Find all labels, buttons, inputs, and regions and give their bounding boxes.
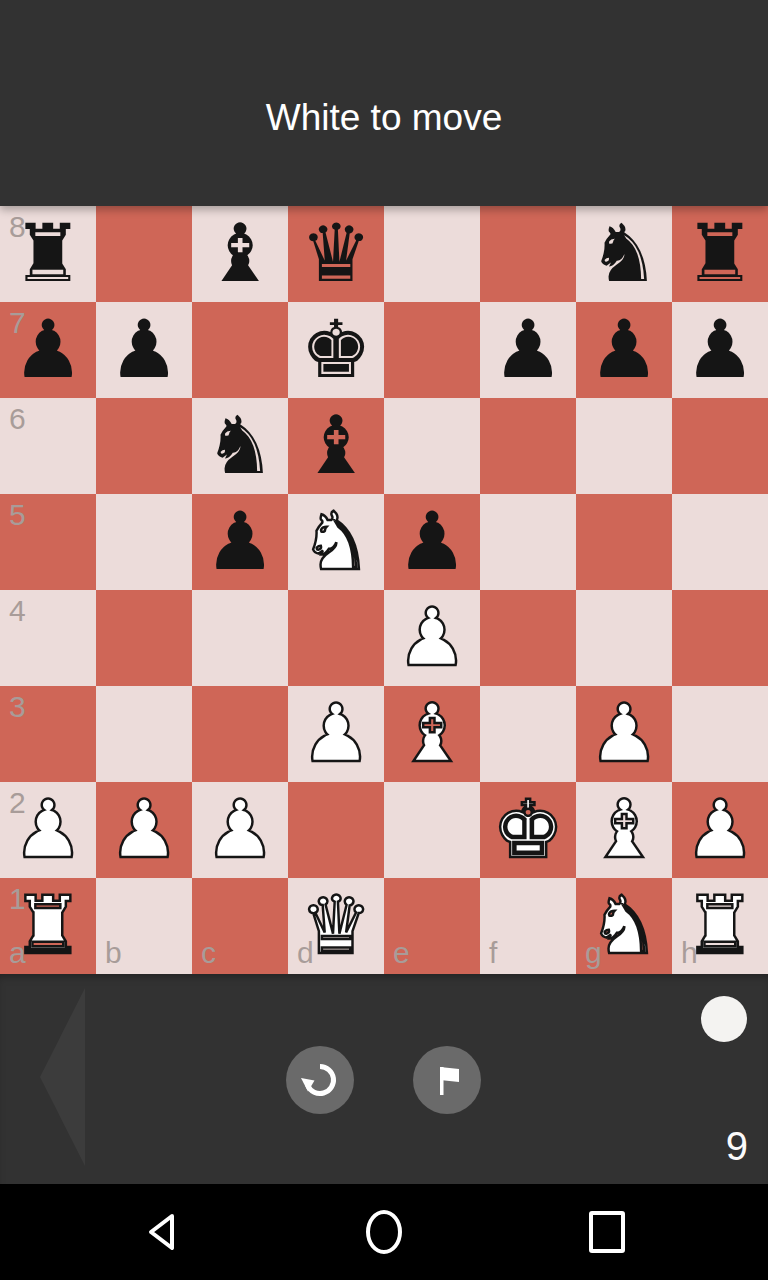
square-h6[interactable] <box>672 398 768 494</box>
rank-label: 6 <box>9 404 26 434</box>
back-button[interactable] <box>126 1184 194 1280</box>
square-e3[interactable]: ♝ <box>384 686 480 782</box>
square-d4[interactable] <box>288 590 384 686</box>
square-d5[interactable]: ♞ <box>288 494 384 590</box>
black-bishop[interactable]: ♝ <box>288 398 384 494</box>
square-g6[interactable] <box>576 398 672 494</box>
black-pawn[interactable]: ♟ <box>480 302 576 398</box>
square-d6[interactable]: ♝ <box>288 398 384 494</box>
rank-label: 5 <box>9 500 26 530</box>
square-c2[interactable]: ♟ <box>192 782 288 878</box>
flag-button[interactable] <box>413 1046 481 1114</box>
controls-bar: 9 <box>0 974 768 1184</box>
square-b6[interactable] <box>96 398 192 494</box>
square-f4[interactable] <box>480 590 576 686</box>
square-b7[interactable]: ♟ <box>96 302 192 398</box>
black-pawn[interactable]: ♟ <box>0 302 96 398</box>
square-a7[interactable]: 7♟ <box>0 302 96 398</box>
black-queen[interactable]: ♛ <box>288 206 384 302</box>
square-b3[interactable] <box>96 686 192 782</box>
square-c4[interactable] <box>192 590 288 686</box>
square-e5[interactable]: ♟ <box>384 494 480 590</box>
white-rook[interactable]: ♜ <box>672 878 768 974</box>
white-pawn[interactable]: ♟ <box>0 782 96 878</box>
square-b4[interactable] <box>96 590 192 686</box>
white-pawn[interactable]: ♟ <box>288 686 384 782</box>
square-h2[interactable]: ♟ <box>672 782 768 878</box>
square-d3[interactable]: ♟ <box>288 686 384 782</box>
chess-board[interactable]: 8♜♝♛♞♜7♟♟♚♟♟♟6♞♝5♟♞♟4♟3♟♝♟2♟♟♟♚♝♟1a♜bcd♛… <box>0 206 768 974</box>
square-e7[interactable] <box>384 302 480 398</box>
square-c7[interactable] <box>192 302 288 398</box>
square-a8[interactable]: 8♜ <box>0 206 96 302</box>
white-queen[interactable]: ♛ <box>288 878 384 974</box>
square-a1[interactable]: 1a♜ <box>0 878 96 974</box>
square-h5[interactable] <box>672 494 768 590</box>
square-a3[interactable]: 3 <box>0 686 96 782</box>
square-e4[interactable]: ♟ <box>384 590 480 686</box>
square-f3[interactable] <box>480 686 576 782</box>
flag-icon <box>425 1058 469 1102</box>
home-icon <box>366 1210 402 1254</box>
recents-icon <box>589 1211 625 1253</box>
square-f6[interactable] <box>480 398 576 494</box>
black-king[interactable]: ♚ <box>288 302 384 398</box>
header-bar: White to move <box>0 0 768 206</box>
black-rook[interactable]: ♜ <box>672 206 768 302</box>
black-rook[interactable]: ♜ <box>0 206 96 302</box>
white-rook[interactable]: ♜ <box>0 878 96 974</box>
square-g5[interactable] <box>576 494 672 590</box>
back-icon <box>143 1211 177 1253</box>
file-label: f <box>489 938 497 968</box>
square-g7[interactable]: ♟ <box>576 302 672 398</box>
square-b2[interactable]: ♟ <box>96 782 192 878</box>
square-f8[interactable] <box>480 206 576 302</box>
square-c3[interactable] <box>192 686 288 782</box>
square-h4[interactable] <box>672 590 768 686</box>
white-king[interactable]: ♚ <box>480 782 576 878</box>
square-c1[interactable]: c <box>192 878 288 974</box>
square-c6[interactable]: ♞ <box>192 398 288 494</box>
square-h3[interactable] <box>672 686 768 782</box>
square-c8[interactable]: ♝ <box>192 206 288 302</box>
square-a2[interactable]: 2♟ <box>0 782 96 878</box>
square-h1[interactable]: h♜ <box>672 878 768 974</box>
square-g2[interactable]: ♝ <box>576 782 672 878</box>
square-f2[interactable]: ♚ <box>480 782 576 878</box>
black-pawn[interactable]: ♟ <box>576 302 672 398</box>
white-bishop[interactable]: ♝ <box>576 782 672 878</box>
square-c5[interactable]: ♟ <box>192 494 288 590</box>
square-a6[interactable]: 6 <box>0 398 96 494</box>
white-pawn[interactable]: ♟ <box>576 686 672 782</box>
file-label: b <box>105 938 122 968</box>
black-knight[interactable]: ♞ <box>576 206 672 302</box>
undo-button[interactable] <box>286 1046 354 1114</box>
file-label: e <box>393 938 410 968</box>
previous-move-arrow-icon[interactable] <box>40 988 85 1166</box>
white-pawn[interactable]: ♟ <box>192 782 288 878</box>
square-e2[interactable] <box>384 782 480 878</box>
black-pawn[interactable]: ♟ <box>672 302 768 398</box>
square-b5[interactable] <box>96 494 192 590</box>
square-f7[interactable]: ♟ <box>480 302 576 398</box>
black-pawn[interactable]: ♟ <box>384 494 480 590</box>
square-e6[interactable] <box>384 398 480 494</box>
rank-label: 4 <box>9 596 26 626</box>
black-pawn[interactable]: ♟ <box>192 494 288 590</box>
square-b1[interactable]: b <box>96 878 192 974</box>
square-g3[interactable]: ♟ <box>576 686 672 782</box>
square-d8[interactable]: ♛ <box>288 206 384 302</box>
square-d2[interactable] <box>288 782 384 878</box>
puzzle-counter: 9 <box>726 1124 748 1169</box>
square-f1[interactable]: f <box>480 878 576 974</box>
white-knight[interactable]: ♞ <box>576 878 672 974</box>
white-bishop[interactable]: ♝ <box>384 686 480 782</box>
square-h7[interactable]: ♟ <box>672 302 768 398</box>
android-nav-bar <box>0 1184 768 1280</box>
file-label: c <box>201 938 216 968</box>
square-d7[interactable]: ♚ <box>288 302 384 398</box>
white-knight[interactable]: ♞ <box>288 494 384 590</box>
square-g4[interactable] <box>576 590 672 686</box>
square-b8[interactable] <box>96 206 192 302</box>
white-dot-toggle[interactable] <box>701 996 747 1042</box>
square-e1[interactable]: e <box>384 878 480 974</box>
undo-icon <box>300 1060 340 1100</box>
square-g1[interactable]: g♞ <box>576 878 672 974</box>
square-h8[interactable]: ♜ <box>672 206 768 302</box>
turn-indicator: White to move <box>0 97 768 139</box>
square-f5[interactable] <box>480 494 576 590</box>
black-bishop[interactable]: ♝ <box>192 206 288 302</box>
white-pawn[interactable]: ♟ <box>96 782 192 878</box>
home-button[interactable] <box>350 1184 418 1280</box>
square-d1[interactable]: d♛ <box>288 878 384 974</box>
square-e8[interactable] <box>384 206 480 302</box>
recents-button[interactable] <box>573 1184 641 1280</box>
black-knight[interactable]: ♞ <box>192 398 288 494</box>
square-g8[interactable]: ♞ <box>576 206 672 302</box>
white-pawn[interactable]: ♟ <box>384 590 480 686</box>
square-a4[interactable]: 4 <box>0 590 96 686</box>
white-pawn[interactable]: ♟ <box>672 782 768 878</box>
black-pawn[interactable]: ♟ <box>96 302 192 398</box>
rank-label: 3 <box>9 692 26 722</box>
square-a5[interactable]: 5 <box>0 494 96 590</box>
